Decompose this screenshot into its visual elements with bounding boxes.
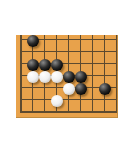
black-stone[interactable] — [75, 71, 87, 83]
white-stone[interactable] — [51, 95, 63, 107]
white-stone[interactable] — [63, 83, 75, 95]
go-board[interactable] — [16, 35, 118, 118]
black-stone[interactable] — [27, 35, 39, 47]
grid-horizontal-line — [20, 99, 117, 100]
grid-horizontal-line — [20, 51, 117, 52]
black-stone[interactable] — [39, 59, 51, 71]
white-stone[interactable] — [39, 71, 51, 83]
grid-vertical-line — [104, 35, 105, 113]
black-stone[interactable] — [27, 59, 39, 71]
black-stone[interactable] — [75, 83, 87, 95]
grid-vertical-line — [20, 35, 22, 113]
page-background: { "game": "go", "description": "Go (weiq… — [0, 0, 140, 150]
black-stone[interactable] — [51, 59, 63, 71]
grid-horizontal-line — [20, 111, 117, 113]
white-stone[interactable] — [27, 71, 39, 83]
white-stone[interactable] — [51, 71, 63, 83]
grid-vertical-line — [116, 35, 117, 113]
black-stone[interactable] — [99, 83, 111, 95]
grid-vertical-line — [92, 35, 93, 113]
black-stone[interactable] — [63, 71, 75, 83]
